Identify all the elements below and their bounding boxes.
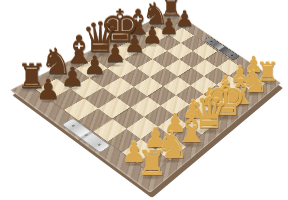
pieces-layer: ♜♞♝♛♚♝♞♜♟♟♟♟♟♟♟♟♟♟♟♟♟♟♟♟♜♞♝♛♚♝♞♜ <box>0 0 288 200</box>
piece-black-pawn-a7[interactable]: ♟ <box>36 77 61 105</box>
piece-black-pawn-d7[interactable]: ♟ <box>104 43 126 68</box>
piece-white-rook-a1[interactable]: ♜ <box>136 146 167 181</box>
chess-set-scene: ♜♞♝♛♚♝♞♜♟♟♟♟♟♟♟♟♟♟♟♟♟♟♟♟♜♞♝♛♚♝♞♜ <box>0 0 288 200</box>
piece-black-pawn-b7[interactable]: ♟ <box>60 65 84 92</box>
piece-black-pawn-e7[interactable]: ♟ <box>124 33 145 57</box>
piece-black-pawn-f7[interactable]: ♟ <box>142 24 162 47</box>
piece-black-pawn-c7[interactable]: ♟ <box>83 53 106 79</box>
